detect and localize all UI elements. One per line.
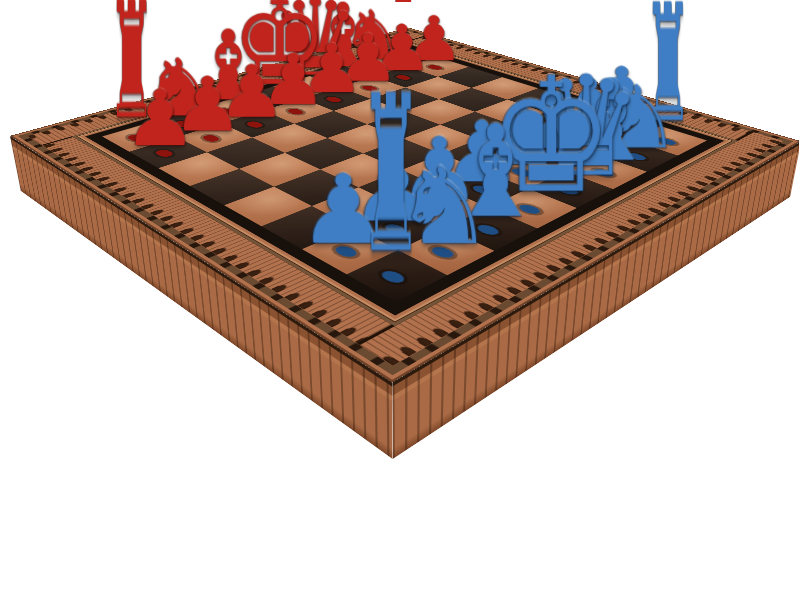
leather-chess-box: ♜♟♟♜♞♟♟♞♝♟♟♝♛♟♟♛♚♟♟♚♝♟♟♝♞♟♟♞♜♟♟♜ — [21, 70, 790, 459]
board-top: ♜♟♟♜♞♟♟♞♝♟♟♝♛♟♟♛♚♟♟♚♝♟♟♝♞♟♟♞♜♟♟♜ — [10, 27, 799, 382]
board-perspective-wrapper: ♜♟♟♜♞♟♟♞♝♟♟♝♛♟♟♛♚♟♟♚♝♟♟♝♞♟♟♞♜♟♟♜ — [0, 0, 799, 600]
blue-rook-glyph: ♜ — [360, 68, 396, 284]
product-photo-scene: ♜♟♟♜♞♟♟♞♝♟♟♝♛♟♟♛♚♟♟♚♝♟♟♝♞♟♟♞♜♟♟♜ — [0, 0, 799, 600]
red-pawn-glyph: ♟ — [123, 80, 176, 158]
blue-pawn-glyph: ♟ — [298, 163, 364, 259]
